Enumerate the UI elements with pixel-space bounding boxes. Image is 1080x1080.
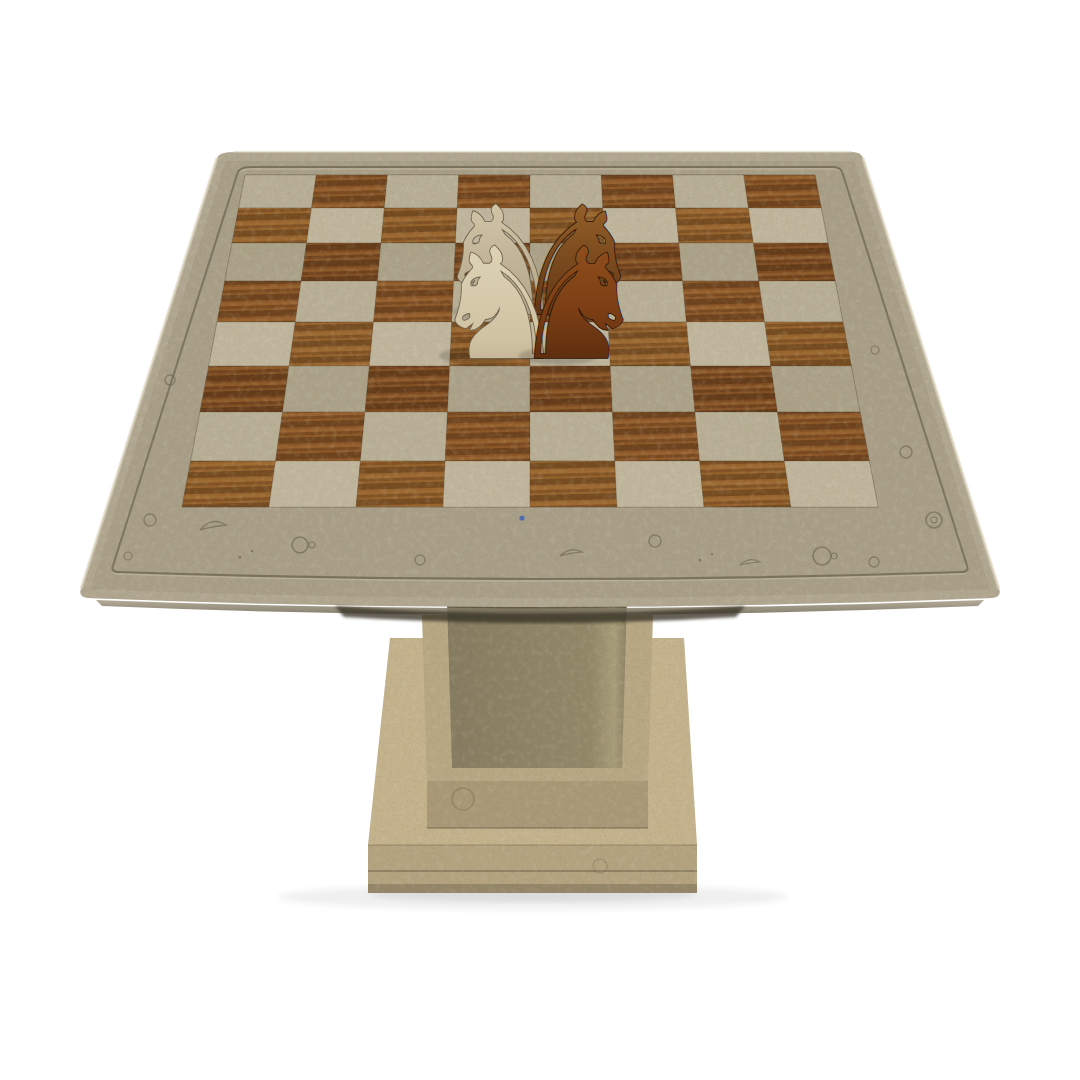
blue-speck [519,515,524,520]
chess-pieces: ♞♞♞♞ [430,175,647,394]
pedestal-texture2 [360,595,705,905]
pedestal [360,595,705,905]
chess-table-svg: ♞♞♞♞ [0,0,1080,1080]
product-photo-chess-table: ♞♞♞♞ [0,0,1080,1080]
brown-knight-e4: ♞ [510,215,648,394]
